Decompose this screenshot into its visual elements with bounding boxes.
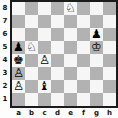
square-h1[interactable]	[103, 93, 116, 106]
square-g3[interactable]	[90, 67, 103, 80]
square-f6[interactable]	[77, 28, 90, 41]
file-label-b: b	[25, 108, 38, 118]
rank-label-2: 2	[0, 80, 10, 93]
file-label-f: f	[77, 108, 90, 118]
square-h4[interactable]	[103, 54, 116, 67]
square-d1[interactable]	[51, 93, 64, 106]
square-g6[interactable]: ♟	[90, 28, 103, 41]
square-h5[interactable]	[103, 41, 116, 54]
file-label-g: g	[90, 108, 103, 118]
square-a6[interactable]	[12, 28, 25, 41]
square-f1[interactable]	[77, 93, 90, 106]
rank-label-7: 7	[0, 15, 10, 28]
file-label-d: d	[51, 108, 64, 118]
file-label-e: e	[64, 108, 77, 118]
square-b2[interactable]	[25, 80, 38, 93]
black-king: ♚	[13, 54, 24, 67]
board: ♘♟♟♘♔♚♙♙♙♝	[10, 0, 118, 108]
square-a8[interactable]	[12, 2, 25, 15]
square-a7[interactable]	[12, 15, 25, 28]
square-e3[interactable]	[64, 67, 77, 80]
square-g2[interactable]	[90, 80, 103, 93]
square-c3[interactable]	[38, 67, 51, 80]
square-f2[interactable]	[77, 80, 90, 93]
square-f7[interactable]	[77, 15, 90, 28]
square-h3[interactable]	[103, 67, 116, 80]
square-e5[interactable]	[64, 41, 77, 54]
square-c2[interactable]: ♝	[38, 80, 51, 93]
square-e6[interactable]	[64, 28, 77, 41]
rank-label-6: 6	[0, 28, 10, 41]
square-f8[interactable]	[77, 2, 90, 15]
square-d3[interactable]	[51, 67, 64, 80]
square-h2[interactable]	[103, 80, 116, 93]
file-label-c: c	[38, 108, 51, 118]
file-labels: abcdefgh	[10, 108, 118, 118]
square-c8[interactable]	[38, 2, 51, 15]
square-a5[interactable]: ♟	[12, 41, 25, 54]
square-b3[interactable]	[25, 67, 38, 80]
square-f3[interactable]	[77, 67, 90, 80]
square-b8[interactable]	[25, 2, 38, 15]
rank-label-4: 4	[0, 54, 10, 67]
square-g7[interactable]	[90, 15, 103, 28]
square-h7[interactable]	[103, 15, 116, 28]
square-a3[interactable]: ♙	[12, 67, 25, 80]
square-h6[interactable]	[103, 28, 116, 41]
square-e7[interactable]	[64, 15, 77, 28]
square-b5[interactable]: ♘	[25, 41, 38, 54]
square-a4[interactable]: ♚	[12, 54, 25, 67]
square-c4[interactable]: ♙	[38, 54, 51, 67]
square-b6[interactable]	[25, 28, 38, 41]
file-label-h: h	[103, 108, 116, 118]
square-c1[interactable]	[38, 93, 51, 106]
black-pawn: ♟	[91, 28, 102, 41]
square-g4[interactable]	[90, 54, 103, 67]
black-bishop: ♝	[39, 80, 50, 93]
square-f4[interactable]	[77, 54, 90, 67]
white-knight: ♘	[65, 2, 76, 15]
square-e4[interactable]	[64, 54, 77, 67]
black-pawn: ♟	[13, 41, 24, 54]
square-d8[interactable]	[51, 2, 64, 15]
square-e8[interactable]: ♘	[64, 2, 77, 15]
square-a1[interactable]	[12, 93, 25, 106]
square-d5[interactable]	[51, 41, 64, 54]
rank-label-3: 3	[0, 67, 10, 80]
white-pawn: ♙	[39, 54, 50, 67]
square-f5[interactable]	[77, 41, 90, 54]
square-g8[interactable]	[90, 2, 103, 15]
square-b7[interactable]	[25, 15, 38, 28]
square-g1[interactable]	[90, 93, 103, 106]
square-e2[interactable]	[64, 80, 77, 93]
square-c7[interactable]	[38, 15, 51, 28]
rank-label-1: 1	[0, 93, 10, 106]
square-e1[interactable]	[64, 93, 77, 106]
square-b4[interactable]	[25, 54, 38, 67]
white-pawn: ♙	[13, 80, 24, 93]
rank-label-8: 8	[0, 2, 10, 15]
white-knight: ♘	[26, 41, 37, 54]
rank-labels: 87654321	[0, 0, 10, 108]
square-g5[interactable]: ♔	[90, 41, 103, 54]
square-d2[interactable]	[51, 80, 64, 93]
square-c6[interactable]	[38, 28, 51, 41]
rank-label-5: 5	[0, 41, 10, 54]
square-d4[interactable]	[51, 54, 64, 67]
file-label-a: a	[12, 108, 25, 118]
square-h8[interactable]	[103, 2, 116, 15]
square-a2[interactable]: ♙	[12, 80, 25, 93]
square-d6[interactable]	[51, 28, 64, 41]
chess-diagram: 87654321 ♘♟♟♘♔♚♙♙♙♝ abcdefgh	[0, 0, 118, 118]
white-king: ♔	[91, 41, 102, 54]
square-c5[interactable]	[38, 41, 51, 54]
square-d7[interactable]	[51, 15, 64, 28]
square-b1[interactable]	[25, 93, 38, 106]
white-pawn: ♙	[13, 67, 24, 80]
